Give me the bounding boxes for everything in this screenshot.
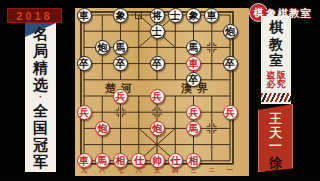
piece-red-pawn[interactable]: 兵 (223, 105, 238, 120)
column-label: 四 (170, 166, 180, 175)
piece-black-cannon[interactable]: 炮 (223, 24, 238, 39)
piece-black-cannon[interactable]: 炮 (95, 40, 110, 55)
anti-piracy-warning: 盗版必究 (266, 71, 286, 90)
player-name-xu-chao: 徐超 (269, 156, 282, 181)
piece-black-advisor[interactable]: 士 (150, 24, 165, 39)
column-label: 五 (152, 166, 162, 175)
piece-black-soldier[interactable]: 卒 (77, 56, 92, 71)
last-move-origin-marker (135, 12, 142, 19)
video-thumbnail: 2018 名局精选·全国冠军 楚河 漢界 車象将士象車士炮炮馬馬卒卒卒車卒卒兵兵… (0, 0, 320, 180)
column-label: 六 (134, 166, 144, 175)
piece-black-horse[interactable]: 馬 (113, 40, 128, 55)
column-label: 八 (97, 166, 107, 175)
column-label: 三 (189, 166, 199, 175)
column-label: 二 (207, 166, 217, 175)
piece-red-cannon[interactable]: 炮 (95, 121, 110, 136)
column-label: 七 (116, 166, 126, 175)
piece-red-pawn[interactable]: 兵 (150, 89, 165, 104)
piece-black-elephant[interactable]: 象 (113, 8, 128, 23)
piece-red-chariot[interactable]: 車 (186, 56, 201, 71)
year-badge: 2018 (7, 8, 62, 23)
piece-black-elephant[interactable]: 象 (186, 8, 201, 23)
title-strip: 名局精选·全国冠军 (25, 23, 56, 172)
piece-black-chariot[interactable]: 車 (204, 8, 219, 23)
piece-red-pawn[interactable]: 兵 (77, 105, 92, 120)
piece-black-soldier[interactable]: 卒 (150, 56, 165, 71)
piece-black-horse[interactable]: 馬 (186, 40, 201, 55)
piece-black-general[interactable]: 将 (150, 8, 165, 23)
column-label: 一 (225, 166, 235, 175)
piece-red-horse[interactable]: 馬 (186, 121, 201, 136)
stripes-divider-icon (261, 93, 291, 102)
player-name-wang-tianyi: 王天一 (269, 112, 282, 153)
classroom-strip-title: 棋教室 (269, 19, 283, 69)
piece-black-soldier[interactable]: 卒 (113, 56, 128, 71)
xiangqi-board[interactable]: 楚河 漢界 車象将士象車士炮炮馬馬卒卒卒車卒卒兵兵兵兵兵炮炮馬車馬相仕帅仕相 九… (75, 8, 249, 176)
piece-red-pawn[interactable]: 兵 (113, 89, 128, 104)
piece-black-chariot[interactable]: 車 (77, 8, 92, 23)
piece-red-cannon[interactable]: 炮 (150, 121, 165, 136)
piece-red-pawn[interactable]: 兵 (186, 105, 201, 120)
piece-black-advisor[interactable]: 士 (168, 8, 183, 23)
players-strip: 王天一 徐超 (258, 104, 293, 172)
column-label: 九 (79, 166, 89, 175)
classroom-strip: 棋教室 盗版必究 (261, 16, 291, 104)
piece-black-soldier[interactable]: 卒 (223, 56, 238, 71)
